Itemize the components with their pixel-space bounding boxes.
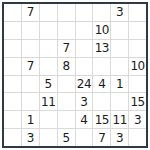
cell-r2c6-clue: 10 [93,22,110,39]
cell-r3c4-clue: 7 [58,40,75,57]
cell-r1c5[interactable] [76,4,93,21]
cell-r6c8-clue: 15 [129,93,146,110]
cell-r4c7[interactable] [111,58,128,75]
cell-r2c8[interactable] [129,22,146,39]
cell-r6c3-clue: 11 [40,93,57,110]
cell-r8c1[interactable] [4,129,21,146]
cell-r7c8-clue: 3 [129,111,146,128]
cell-r8c2-clue: 3 [22,129,39,146]
cell-r2c4[interactable] [58,22,75,39]
cell-r6c7[interactable] [111,93,128,110]
cell-r5c5-clue: 24 [76,76,93,93]
cell-r6c4[interactable] [58,93,75,110]
cell-r5c2[interactable] [22,76,39,93]
cell-r5c1[interactable] [4,76,21,93]
cell-r3c1[interactable] [4,40,21,57]
cell-r4c4-clue: 8 [58,58,75,75]
cell-r7c6-clue: 15 [93,111,110,128]
cell-r7c3[interactable] [40,111,57,128]
cell-r6c6[interactable] [93,93,110,110]
cell-r3c3[interactable] [40,40,57,57]
cell-r4c8-clue: 10 [129,58,146,75]
cell-r1c6[interactable] [93,4,110,21]
cell-r5c8[interactable] [129,76,146,93]
cell-r7c4[interactable] [58,111,75,128]
cell-r2c5[interactable] [76,22,93,39]
puzzle-board: 73107137810524411131514151133573 [2,2,148,148]
cell-r7c5-clue: 4 [76,111,93,128]
cell-r8c7-clue: 3 [111,129,128,146]
cell-r5c4[interactable] [58,76,75,93]
cell-r2c7[interactable] [111,22,128,39]
cell-r8c4-clue: 5 [58,129,75,146]
cell-r1c7-clue: 3 [111,4,128,21]
cell-r2c1[interactable] [4,22,21,39]
cell-r4c1[interactable] [4,58,21,75]
cell-r5c7-clue: 1 [111,76,128,93]
cell-r7c2-clue: 1 [22,111,39,128]
cell-r6c1[interactable] [4,93,21,110]
cell-r3c8[interactable] [129,40,146,57]
cell-r8c8[interactable] [129,129,146,146]
cell-r3c6-clue: 13 [93,40,110,57]
cell-r1c2-clue: 7 [22,4,39,21]
cell-r5c3-clue: 5 [40,76,57,93]
cell-r4c3[interactable] [40,58,57,75]
cell-r6c5-clue: 3 [76,93,93,110]
cell-r1c1[interactable] [4,4,21,21]
cell-r3c7[interactable] [111,40,128,57]
cell-r5c6-clue: 4 [93,76,110,93]
cell-r1c8[interactable] [129,4,146,21]
cell-r7c1[interactable] [4,111,21,128]
cell-r8c5[interactable] [76,129,93,146]
cell-r3c2[interactable] [22,40,39,57]
cell-r3c5[interactable] [76,40,93,57]
cell-r7c7-clue: 11 [111,111,128,128]
cell-r4c6[interactable] [93,58,110,75]
cell-r1c4[interactable] [58,4,75,21]
cell-r1c3[interactable] [40,4,57,21]
cell-r4c5[interactable] [76,58,93,75]
cell-r8c3[interactable] [40,129,57,146]
cell-r2c2[interactable] [22,22,39,39]
cell-r2c3[interactable] [40,22,57,39]
cell-r6c2[interactable] [22,93,39,110]
cell-r8c6-clue: 7 [93,129,110,146]
cell-r4c2-clue: 7 [22,58,39,75]
